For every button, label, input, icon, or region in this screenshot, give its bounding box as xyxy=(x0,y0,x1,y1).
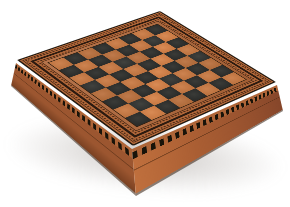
product-photo-scene xyxy=(0,0,290,207)
